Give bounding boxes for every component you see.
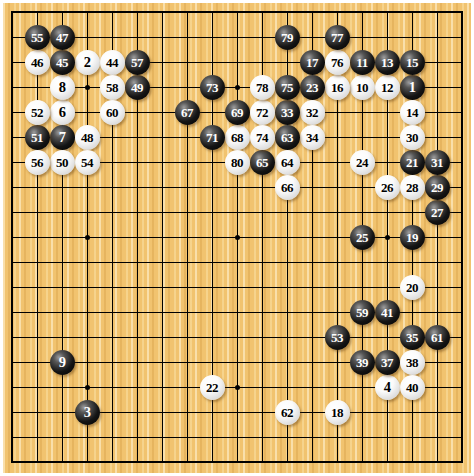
stone-white-28: 28 [400,175,425,200]
stone-move-number: 19 [406,231,418,244]
stone-white-78: 78 [250,75,275,100]
stone-white-12: 12 [375,75,400,100]
stone-move-number: 77 [331,31,343,44]
stone-white-56: 56 [25,150,50,175]
stone-white-44: 44 [100,50,125,75]
stone-move-number: 46 [31,56,43,69]
stone-move-number: 53 [331,331,343,344]
stone-black-37: 37 [375,350,400,375]
stone-move-number: 7 [59,130,66,145]
stone-move-number: 24 [356,156,368,169]
stone-white-66: 66 [275,175,300,200]
stone-move-number: 68 [231,131,243,144]
stone-white-58: 58 [100,75,125,100]
stone-move-number: 3 [84,405,91,420]
star-point [235,235,240,240]
grid-line-horizontal [11,461,463,463]
stone-white-2: 2 [75,50,100,75]
stone-move-number: 27 [431,206,443,219]
stone-black-53: 53 [325,325,350,350]
stone-white-14: 14 [400,100,425,125]
stone-move-number: 38 [406,356,418,369]
stone-move-number: 48 [81,131,93,144]
grid-line-horizontal [11,287,463,288]
stone-move-number: 26 [381,181,393,194]
stone-move-number: 45 [56,56,68,69]
stone-move-number: 59 [356,306,368,319]
stone-black-49: 49 [125,75,150,100]
stone-move-number: 20 [406,281,418,294]
stone-white-38: 38 [400,350,425,375]
stone-move-number: 25 [356,231,368,244]
grid-line-vertical [461,11,463,463]
star-point [85,235,90,240]
stone-white-18: 18 [325,400,350,425]
stone-black-63: 63 [275,125,300,150]
stone-move-number: 52 [31,106,43,119]
stone-move-number: 54 [81,156,93,169]
stone-black-61: 61 [425,325,450,350]
stone-black-9: 9 [50,350,75,375]
stone-black-7: 7 [50,125,75,150]
stone-move-number: 47 [56,31,68,44]
stone-black-39: 39 [350,350,375,375]
stone-black-25: 25 [350,225,375,250]
stone-black-27: 27 [425,200,450,225]
stone-black-71: 71 [200,125,225,150]
stone-white-4: 4 [375,375,400,400]
stone-white-40: 40 [400,375,425,400]
stone-move-number: 67 [181,106,193,119]
stone-move-number: 22 [206,381,218,394]
stone-white-50: 50 [50,150,75,175]
stone-move-number: 32 [306,106,318,119]
stone-move-number: 60 [106,106,118,119]
stone-black-75: 75 [275,75,300,100]
stone-move-number: 16 [331,81,343,94]
stone-move-number: 41 [381,306,393,319]
stone-move-number: 11 [356,56,367,69]
stone-move-number: 76 [331,56,343,69]
stone-move-number: 30 [406,131,418,144]
star-point [85,85,90,90]
stone-move-number: 55 [31,31,43,44]
stone-move-number: 14 [406,106,418,119]
stone-black-59: 59 [350,300,375,325]
stone-move-number: 9 [59,355,66,370]
stone-black-67: 67 [175,100,200,125]
grid-line-horizontal [11,262,463,263]
stone-move-number: 62 [281,406,293,419]
star-point [235,385,240,390]
stone-white-20: 20 [400,275,425,300]
stone-move-number: 34 [306,131,318,144]
stone-move-number: 10 [356,81,368,94]
stone-black-31: 31 [425,150,450,175]
stone-move-number: 8 [59,80,66,95]
stone-white-76: 76 [325,50,350,75]
go-diagram-screenshot: 1234678910111213141516171819202122232425… [0,0,474,476]
stone-move-number: 2 [84,55,91,70]
star-point [85,385,90,390]
stone-move-number: 65 [256,156,268,169]
stone-white-8: 8 [50,75,75,100]
stone-move-number: 6 [59,105,66,120]
stone-move-number: 74 [256,131,268,144]
stone-white-26: 26 [375,175,400,200]
stone-black-47: 47 [50,25,75,50]
stone-black-57: 57 [125,50,150,75]
stone-move-number: 58 [106,81,118,94]
grid-line-horizontal [11,437,463,438]
stone-black-65: 65 [250,150,275,175]
stone-black-29: 29 [425,175,450,200]
stone-white-68: 68 [225,125,250,150]
stone-black-13: 13 [375,50,400,75]
stone-move-number: 15 [406,56,418,69]
stone-move-number: 66 [281,181,293,194]
stone-white-32: 32 [300,100,325,125]
stone-white-22: 22 [200,375,225,400]
stone-move-number: 80 [231,156,243,169]
stone-move-number: 33 [281,106,293,119]
stone-black-51: 51 [25,125,50,150]
stone-white-46: 46 [25,50,50,75]
stone-move-number: 29 [431,181,443,194]
stone-move-number: 73 [206,81,218,94]
stone-white-52: 52 [25,100,50,125]
stone-black-45: 45 [50,50,75,75]
stone-move-number: 4 [384,380,391,395]
stone-move-number: 31 [431,156,443,169]
stone-move-number: 18 [331,406,343,419]
stone-black-35: 35 [400,325,425,350]
stone-black-79: 79 [275,25,300,50]
stone-move-number: 13 [381,56,393,69]
stone-white-30: 30 [400,125,425,150]
stone-black-17: 17 [300,50,325,75]
stone-white-62: 62 [275,400,300,425]
stone-black-21: 21 [400,150,425,175]
stone-move-number: 35 [406,331,418,344]
stone-move-number: 17 [306,56,318,69]
stone-move-number: 71 [206,131,218,144]
stone-white-34: 34 [300,125,325,150]
stone-move-number: 21 [406,156,418,169]
stone-black-41: 41 [375,300,400,325]
stone-black-1: 1 [400,75,425,100]
stone-white-48: 48 [75,125,100,150]
stone-move-number: 44 [106,56,118,69]
stone-move-number: 40 [406,381,418,394]
stone-move-number: 1 [409,80,416,95]
stone-move-number: 57 [131,56,143,69]
stone-black-23: 23 [300,75,325,100]
stone-move-number: 69 [231,106,243,119]
stone-black-77: 77 [325,25,350,50]
stone-white-60: 60 [100,100,125,125]
stone-white-74: 74 [250,125,275,150]
stone-move-number: 79 [281,31,293,44]
stone-black-15: 15 [400,50,425,75]
stone-white-24: 24 [350,150,375,175]
stone-move-number: 72 [256,106,268,119]
stone-move-number: 63 [281,131,293,144]
stone-move-number: 39 [356,356,368,369]
go-board[interactable]: 1234678910111213141516171819202122232425… [3,3,471,473]
stone-move-number: 64 [281,156,293,169]
stone-move-number: 61 [431,331,443,344]
stone-white-64: 64 [275,150,300,175]
stone-white-6: 6 [50,100,75,125]
stone-move-number: 51 [31,131,43,144]
stone-move-number: 12 [381,81,393,94]
grid-line-vertical [437,11,438,463]
stone-move-number: 75 [281,81,293,94]
stone-black-19: 19 [400,225,425,250]
stone-move-number: 23 [306,81,318,94]
grid-line-horizontal [11,337,463,338]
stone-move-number: 28 [406,181,418,194]
stone-white-10: 10 [350,75,375,100]
stone-move-number: 56 [31,156,43,169]
stone-move-number: 78 [256,81,268,94]
stone-black-3: 3 [75,400,100,425]
stone-move-number: 50 [56,156,68,169]
stone-black-11: 11 [350,50,375,75]
stone-white-54: 54 [75,150,100,175]
stone-move-number: 49 [131,81,143,94]
stone-black-33: 33 [275,100,300,125]
stone-white-80: 80 [225,150,250,175]
stone-move-number: 37 [381,356,393,369]
star-point [385,235,390,240]
stone-black-73: 73 [200,75,225,100]
stone-white-72: 72 [250,100,275,125]
stone-black-55: 55 [25,25,50,50]
star-point [235,85,240,90]
stone-white-16: 16 [325,75,350,100]
stone-black-69: 69 [225,100,250,125]
